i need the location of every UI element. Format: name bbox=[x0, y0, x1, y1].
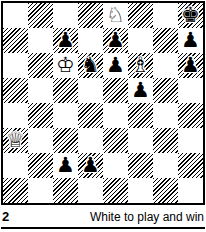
square-h4[interactable] bbox=[178, 103, 203, 128]
square-d1[interactable] bbox=[78, 178, 103, 203]
square-f1[interactable] bbox=[128, 178, 153, 203]
square-h5[interactable] bbox=[178, 78, 203, 103]
square-b1[interactable] bbox=[28, 178, 53, 203]
square-h8[interactable]: ♚♚ bbox=[178, 3, 203, 28]
caption-bar: 2 White to play and win bbox=[1, 205, 205, 229]
black-king: ♚ bbox=[178, 3, 203, 28]
white-knight: ♘ bbox=[103, 3, 128, 28]
square-g3[interactable] bbox=[153, 128, 178, 153]
chess-puzzle-diagram: ♞♘♚♚♟♟♟♟♟♟♚♔♞♞♟♟♝♗♟♟♟♟♛♕♟♟♟♟ 2 White to … bbox=[0, 0, 206, 232]
square-a6[interactable] bbox=[3, 53, 28, 78]
black-pawn: ♟ bbox=[103, 28, 128, 53]
white-king: ♔ bbox=[53, 53, 78, 78]
square-b8[interactable] bbox=[28, 3, 53, 28]
square-a3[interactable]: ♛♕ bbox=[3, 128, 28, 153]
square-f4[interactable] bbox=[128, 103, 153, 128]
black-pawn: ♟ bbox=[53, 153, 78, 178]
square-c2[interactable]: ♟♟ bbox=[53, 153, 78, 178]
square-d5[interactable] bbox=[78, 78, 103, 103]
square-c3[interactable] bbox=[53, 128, 78, 153]
square-e6[interactable]: ♟♟ bbox=[103, 53, 128, 78]
square-g8[interactable] bbox=[153, 3, 178, 28]
square-f2[interactable] bbox=[128, 153, 153, 178]
square-c8[interactable] bbox=[53, 3, 78, 28]
square-e8[interactable]: ♞♘ bbox=[103, 3, 128, 28]
square-b3[interactable] bbox=[28, 128, 53, 153]
square-h7[interactable]: ♟♟ bbox=[178, 28, 203, 53]
board-border: ♞♘♚♚♟♟♟♟♟♟♚♔♞♞♟♟♝♗♟♟♟♟♛♕♟♟♟♟ bbox=[1, 1, 205, 205]
black-pawn: ♟ bbox=[128, 78, 153, 103]
square-f5[interactable]: ♟♟ bbox=[128, 78, 153, 103]
square-a1[interactable] bbox=[3, 178, 28, 203]
square-c4[interactable] bbox=[53, 103, 78, 128]
black-pawn: ♟ bbox=[53, 28, 78, 53]
square-h3[interactable] bbox=[178, 128, 203, 153]
square-b6[interactable] bbox=[28, 53, 53, 78]
square-h6[interactable]: ♟♟ bbox=[178, 53, 203, 78]
square-a4[interactable] bbox=[3, 103, 28, 128]
square-e2[interactable] bbox=[103, 153, 128, 178]
square-g1[interactable] bbox=[153, 178, 178, 203]
square-d7[interactable] bbox=[78, 28, 103, 53]
square-h2[interactable] bbox=[178, 153, 203, 178]
square-g5[interactable] bbox=[153, 78, 178, 103]
square-e3[interactable] bbox=[103, 128, 128, 153]
square-f7[interactable] bbox=[128, 28, 153, 53]
square-c5[interactable] bbox=[53, 78, 78, 103]
square-g2[interactable] bbox=[153, 153, 178, 178]
square-b2[interactable] bbox=[28, 153, 53, 178]
square-d4[interactable] bbox=[78, 103, 103, 128]
square-d8[interactable] bbox=[78, 3, 103, 28]
puzzle-number: 2 bbox=[2, 209, 9, 224]
square-b4[interactable] bbox=[28, 103, 53, 128]
square-c7[interactable]: ♟♟ bbox=[53, 28, 78, 53]
square-b7[interactable] bbox=[28, 28, 53, 53]
square-g4[interactable] bbox=[153, 103, 178, 128]
chess-board: ♞♘♚♚♟♟♟♟♟♟♚♔♞♞♟♟♝♗♟♟♟♟♛♕♟♟♟♟ bbox=[3, 3, 203, 203]
square-a5[interactable] bbox=[3, 78, 28, 103]
white-queen: ♕ bbox=[3, 128, 28, 153]
square-d3[interactable] bbox=[78, 128, 103, 153]
black-knight: ♞ bbox=[78, 53, 103, 78]
square-h1[interactable] bbox=[178, 178, 203, 203]
square-d2[interactable]: ♟♟ bbox=[78, 153, 103, 178]
square-b5[interactable] bbox=[28, 78, 53, 103]
black-pawn: ♟ bbox=[178, 28, 203, 53]
square-e1[interactable] bbox=[103, 178, 128, 203]
square-f6[interactable]: ♝♗ bbox=[128, 53, 153, 78]
caption-text: White to play and win bbox=[90, 210, 204, 224]
square-g7[interactable] bbox=[153, 28, 178, 53]
square-e5[interactable] bbox=[103, 78, 128, 103]
white-bishop: ♗ bbox=[128, 53, 153, 78]
black-pawn: ♟ bbox=[78, 153, 103, 178]
square-d6[interactable]: ♞♞ bbox=[78, 53, 103, 78]
square-a2[interactable] bbox=[3, 153, 28, 178]
square-c1[interactable] bbox=[53, 178, 78, 203]
square-c6[interactable]: ♚♔ bbox=[53, 53, 78, 78]
square-e7[interactable]: ♟♟ bbox=[103, 28, 128, 53]
square-a7[interactable] bbox=[3, 28, 28, 53]
black-pawn: ♟ bbox=[103, 53, 128, 78]
square-f3[interactable] bbox=[128, 128, 153, 153]
square-e4[interactable] bbox=[103, 103, 128, 128]
square-f8[interactable] bbox=[128, 3, 153, 28]
square-a8[interactable] bbox=[3, 3, 28, 28]
black-pawn: ♟ bbox=[178, 53, 203, 78]
square-g6[interactable] bbox=[153, 53, 178, 78]
